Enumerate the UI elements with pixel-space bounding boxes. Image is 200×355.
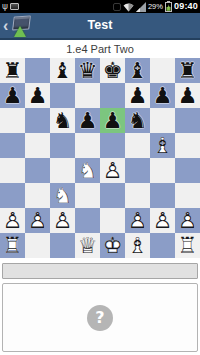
square-g8[interactable] [150,58,175,83]
piece-black-bishop: ♝ [125,58,150,83]
square-f4[interactable] [125,158,150,183]
piece-white-pawn: ♟♙ [175,208,200,233]
square-e3[interactable] [100,183,125,208]
piece-white-bishop: ♝♗ [150,133,175,158]
app-logo-icon[interactable] [9,14,33,38]
answer-panel[interactable]: ? [2,283,198,352]
square-f1[interactable]: ♝♗ [125,233,150,258]
square-a7[interactable]: ♟ [0,83,25,108]
piece-black-pawn: ♟ [75,108,100,133]
square-c7[interactable] [50,83,75,108]
piece-white-knight: ♞♘ [50,183,75,208]
piece-white-pawn: ♟♙ [125,208,150,233]
square-f8[interactable]: ♝ [125,58,150,83]
piece-black-bishop: ♝ [50,58,75,83]
square-e4[interactable]: ♟♙ [100,158,125,183]
square-a3[interactable] [0,183,25,208]
move-list-bar [2,263,198,279]
square-d7[interactable] [75,83,100,108]
usb-icon: ψ [2,2,8,11]
lesson-title: 1.e4 Part Two [0,40,200,58]
status-bar-right: 29% 09:40 [113,0,198,13]
piece-white-rook: ♜♖ [175,233,200,258]
piece-black-pawn: ♟ [25,83,50,108]
piece-black-knight: ♞ [125,108,150,133]
piece-white-king: ♚♔ [100,233,125,258]
square-h2[interactable]: ♟♙ [175,208,200,233]
square-f7[interactable]: ♟ [125,83,150,108]
square-b4[interactable] [25,158,50,183]
square-c2[interactable]: ♟♙ [50,208,75,233]
square-h1[interactable]: ♜♖ [175,233,200,258]
piece-black-king: ♚ [100,58,125,83]
square-c3[interactable]: ♞♘ [50,183,75,208]
square-h7[interactable]: ♟ [175,83,200,108]
square-a2[interactable]: ♟♙ [0,208,25,233]
square-d4[interactable]: ♞♘ [75,158,100,183]
square-d1[interactable]: ♛♕ [75,233,100,258]
square-g2[interactable]: ♟♙ [150,208,175,233]
square-c1[interactable] [50,233,75,258]
square-g3[interactable] [150,183,175,208]
square-f5[interactable] [125,133,150,158]
square-e5[interactable] [100,133,125,158]
square-e2[interactable] [100,208,125,233]
battery-charging-icon [165,1,172,12]
square-b5[interactable] [25,133,50,158]
clock: 09:40 [174,0,198,13]
square-b6[interactable] [25,108,50,133]
square-g5[interactable]: ♝♗ [150,133,175,158]
piece-white-rook: ♜♖ [0,233,25,258]
square-c4[interactable] [50,158,75,183]
square-d3[interactable] [75,183,100,208]
square-c6[interactable]: ♞ [50,108,75,133]
piece-white-knight: ♞♘ [75,158,100,183]
square-b7[interactable]: ♟ [25,83,50,108]
square-b3[interactable] [25,183,50,208]
piece-black-rook: ♜ [175,58,200,83]
square-c5[interactable] [50,133,75,158]
square-f6[interactable]: ♞ [125,108,150,133]
piece-black-pawn: ♟ [175,83,200,108]
piece-white-pawn: ♟♙ [0,208,25,233]
square-a6[interactable] [0,108,25,133]
piece-white-pawn: ♟♙ [100,158,125,183]
question-mark-icon: ? [87,305,113,331]
square-h6[interactable] [175,108,200,133]
screenshot-icon [10,3,19,10]
green-pyramid-icon [14,26,26,37]
piece-black-pawn: ♟ [125,83,150,108]
piece-black-queen: ♛ [75,58,100,83]
piece-black-rook: ♜ [0,58,25,83]
signal-strength-icon [136,2,146,12]
square-e7[interactable] [100,83,125,108]
wifi-icon [123,2,134,12]
header-bar: ‹ Test [0,13,200,40]
network-dim-icon [113,3,121,11]
piece-black-pawn: ♟ [100,108,125,133]
square-g6[interactable] [150,108,175,133]
square-d2[interactable] [75,208,100,233]
square-d5[interactable] [75,133,100,158]
square-e1[interactable]: ♚♔ [100,233,125,258]
status-bar: ψ 29% 09:40 [0,0,200,13]
square-g4[interactable] [150,158,175,183]
square-g7[interactable]: ♟ [150,83,175,108]
square-h8[interactable]: ♜ [175,58,200,83]
square-e8[interactable]: ♚ [100,58,125,83]
square-a8[interactable]: ♜ [0,58,25,83]
piece-white-pawn: ♟♙ [150,208,175,233]
square-b2[interactable]: ♟♙ [25,208,50,233]
question-mark-glyph: ? [95,305,104,331]
square-d6[interactable]: ♟ [75,108,100,133]
square-a1[interactable]: ♜♖ [0,233,25,258]
piece-black-pawn: ♟ [150,83,175,108]
square-e6[interactable]: ♟ [100,108,125,133]
square-d8[interactable]: ♛ [75,58,100,83]
square-b8[interactable] [25,58,50,83]
chess-board: ♜♝♛♚♝♜♟♟♟♟♟♞♟♟♞♝♗♞♘♟♙♞♘♟♙♟♙♟♙♟♙♟♙♟♙♜♖♛♕♚… [0,58,200,258]
app-screen: ψ 29% 09:40 ‹ [0,0,200,355]
status-bar-left: ψ [2,2,19,11]
piece-black-knight: ♞ [50,108,75,133]
piece-white-pawn: ♟♙ [25,208,50,233]
piece-white-pawn: ♟♙ [50,208,75,233]
piece-white-bishop: ♝♗ [125,233,150,258]
piece-black-pawn: ♟ [0,83,25,108]
square-b1[interactable] [25,233,50,258]
square-f3[interactable] [125,183,150,208]
back-chevron-icon[interactable]: ‹ [2,15,9,37]
battery-percent: 29% [148,0,163,13]
square-c8[interactable]: ♝ [50,58,75,83]
piece-white-queen: ♛♕ [75,233,100,258]
square-g1[interactable] [150,233,175,258]
square-a5[interactable] [0,133,25,158]
square-h4[interactable] [175,158,200,183]
square-h3[interactable] [175,183,200,208]
square-h5[interactable] [175,133,200,158]
square-a4[interactable] [0,158,25,183]
square-f2[interactable]: ♟♙ [125,208,150,233]
